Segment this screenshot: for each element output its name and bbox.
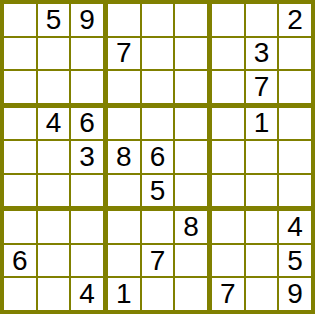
cell-r8c9: 5 (279, 245, 311, 277)
cell-r6c7[interactable] (212, 175, 244, 207)
cell-r4c5[interactable] (142, 108, 174, 140)
cell-r2c2[interactable] (38, 38, 70, 70)
cell-r6c8[interactable] (246, 175, 278, 207)
cell-r1c9: 2 (279, 4, 311, 36)
cell-r1c5[interactable] (142, 4, 174, 36)
cell-r9c9: 9 (279, 278, 311, 310)
box-3-1: 64 (4, 211, 103, 310)
cell-r7c4[interactable] (108, 211, 140, 243)
cell-r7c2[interactable] (38, 211, 70, 243)
cell-r2c9[interactable] (279, 38, 311, 70)
cell-r2c7[interactable] (212, 38, 244, 70)
cell-r9c5[interactable] (142, 278, 174, 310)
cell-r5c9[interactable] (279, 141, 311, 173)
box-3-2: 871 (108, 211, 207, 310)
cell-r3c5[interactable] (142, 71, 174, 103)
cell-r1c4[interactable] (108, 4, 140, 36)
box-2-2: 865 (108, 108, 207, 207)
cell-r9c6[interactable] (175, 278, 207, 310)
cell-r4c1[interactable] (4, 108, 36, 140)
cell-r5c3: 3 (71, 141, 103, 173)
cell-r7c8[interactable] (246, 211, 278, 243)
cell-r7c6: 8 (175, 211, 207, 243)
cell-r5c7[interactable] (212, 141, 244, 173)
box-1-2: 7 (108, 4, 207, 103)
cell-r2c1[interactable] (4, 38, 36, 70)
box-1-1: 59 (4, 4, 103, 103)
cell-r9c8[interactable] (246, 278, 278, 310)
cell-r7c9: 4 (279, 211, 311, 243)
cell-r3c8: 7 (246, 71, 278, 103)
cell-r7c5[interactable] (142, 211, 174, 243)
cell-r1c6[interactable] (175, 4, 207, 36)
cell-r1c8[interactable] (246, 4, 278, 36)
cell-r8c6[interactable] (175, 245, 207, 277)
cell-r5c8[interactable] (246, 141, 278, 173)
cell-r8c5: 7 (142, 245, 174, 277)
cell-r9c1[interactable] (4, 278, 36, 310)
cell-r3c9[interactable] (279, 71, 311, 103)
cell-r1c7[interactable] (212, 4, 244, 36)
cell-r7c3[interactable] (71, 211, 103, 243)
cell-r4c7[interactable] (212, 108, 244, 140)
cell-r2c8: 3 (246, 38, 278, 70)
cell-r4c9[interactable] (279, 108, 311, 140)
box-3-3: 4579 (212, 211, 311, 310)
cell-r7c7[interactable] (212, 211, 244, 243)
cell-r3c7[interactable] (212, 71, 244, 103)
cell-r1c3: 9 (71, 4, 103, 36)
cell-r4c8: 1 (246, 108, 278, 140)
cell-r4c4[interactable] (108, 108, 140, 140)
box-2-1: 463 (4, 108, 103, 207)
cell-r6c9[interactable] (279, 175, 311, 207)
cell-r3c4[interactable] (108, 71, 140, 103)
cell-r8c2[interactable] (38, 245, 70, 277)
cell-r2c4: 7 (108, 38, 140, 70)
cell-r2c3[interactable] (71, 38, 103, 70)
cell-r3c2[interactable] (38, 71, 70, 103)
cell-r1c2: 5 (38, 4, 70, 36)
cell-r5c1[interactable] (4, 141, 36, 173)
cell-r2c5[interactable] (142, 38, 174, 70)
cell-r9c3: 4 (71, 278, 103, 310)
cell-r6c3[interactable] (71, 175, 103, 207)
cell-r4c3: 6 (71, 108, 103, 140)
cell-r5c6[interactable] (175, 141, 207, 173)
cell-r9c7: 7 (212, 278, 244, 310)
cell-r9c2[interactable] (38, 278, 70, 310)
cell-r8c1: 6 (4, 245, 36, 277)
cell-r3c6[interactable] (175, 71, 207, 103)
cell-r6c2[interactable] (38, 175, 70, 207)
sudoku-board: 5972374638651648714579 (0, 0, 315, 314)
cell-r7c1[interactable] (4, 211, 36, 243)
cell-r6c5: 5 (142, 175, 174, 207)
box-2-3: 1 (212, 108, 311, 207)
cell-r5c4: 8 (108, 141, 140, 173)
cell-r6c4[interactable] (108, 175, 140, 207)
cell-r3c3[interactable] (71, 71, 103, 103)
cell-r4c2: 4 (38, 108, 70, 140)
cell-r5c2[interactable] (38, 141, 70, 173)
cell-r2c6[interactable] (175, 38, 207, 70)
box-1-3: 237 (212, 4, 311, 103)
cell-r3c1[interactable] (4, 71, 36, 103)
cell-r8c3[interactable] (71, 245, 103, 277)
cell-r9c4: 1 (108, 278, 140, 310)
cell-r8c7[interactable] (212, 245, 244, 277)
cell-r6c6[interactable] (175, 175, 207, 207)
cell-r8c4[interactable] (108, 245, 140, 277)
cell-r1c1[interactable] (4, 4, 36, 36)
cell-r8c8[interactable] (246, 245, 278, 277)
cell-r6c1[interactable] (4, 175, 36, 207)
cell-r5c5: 6 (142, 141, 174, 173)
cell-r4c6[interactable] (175, 108, 207, 140)
